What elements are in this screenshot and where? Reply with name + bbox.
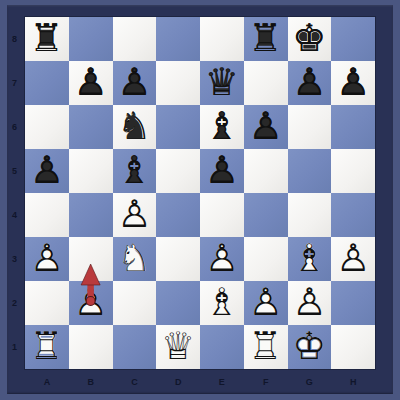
piece-outline-glyph: ♔: [288, 324, 332, 368]
square-a3[interactable]: ♟♙: [25, 237, 69, 281]
file-label-a: A: [25, 371, 69, 391]
square-a8[interactable]: ♜♖: [25, 17, 69, 61]
piece-outline-glyph: ♙: [200, 236, 244, 280]
square-a7[interactable]: [25, 61, 69, 105]
file-label-g: G: [288, 371, 332, 391]
piece-outline-glyph: ♗: [200, 104, 244, 148]
square-d2[interactable]: [156, 281, 200, 325]
square-b3[interactable]: [69, 237, 113, 281]
square-a5[interactable]: ♟♙: [25, 149, 69, 193]
rank-label-4: 4: [6, 193, 23, 237]
square-d4[interactable]: [156, 193, 200, 237]
square-f6[interactable]: ♟♙: [244, 105, 288, 149]
square-b1[interactable]: [69, 325, 113, 369]
black-rook[interactable]: ♜♖: [25, 17, 69, 61]
piece-outline-glyph: ♕: [200, 60, 244, 104]
piece-outline-glyph: ♙: [113, 60, 157, 104]
white-rook[interactable]: ♜♖: [25, 325, 69, 369]
square-g7[interactable]: ♟♙: [288, 61, 332, 105]
square-d6[interactable]: [156, 105, 200, 149]
piece-outline-glyph: ♖: [244, 324, 288, 368]
piece-outline-glyph: ♙: [288, 60, 332, 104]
square-h3[interactable]: ♟♙: [331, 237, 375, 281]
white-pawn[interactable]: ♟♙: [331, 237, 375, 281]
square-b2[interactable]: ♟♙: [69, 281, 113, 325]
square-c7[interactable]: ♟♙: [113, 61, 157, 105]
square-c8[interactable]: [113, 17, 157, 61]
square-c2[interactable]: [113, 281, 157, 325]
square-g2[interactable]: ♟♙: [288, 281, 332, 325]
square-d8[interactable]: [156, 17, 200, 61]
square-h2[interactable]: [331, 281, 375, 325]
piece-outline-glyph: ♖: [25, 16, 69, 60]
square-a1[interactable]: ♜♖: [25, 325, 69, 369]
white-pawn[interactable]: ♟♙: [288, 281, 332, 325]
square-f4[interactable]: [244, 193, 288, 237]
black-pawn[interactable]: ♟♙: [200, 149, 244, 193]
piece-outline-glyph: ♖: [244, 16, 288, 60]
black-pawn[interactable]: ♟♙: [25, 149, 69, 193]
white-bishop[interactable]: ♝♗: [288, 237, 332, 281]
piece-outline-glyph: ♙: [288, 280, 332, 324]
square-g4[interactable]: [288, 193, 332, 237]
file-label-d: D: [156, 371, 200, 391]
white-pawn[interactable]: ♟♙: [200, 237, 244, 281]
square-g6[interactable]: [288, 105, 332, 149]
black-pawn[interactable]: ♟♙: [244, 105, 288, 149]
black-bishop[interactable]: ♝♗: [200, 105, 244, 149]
black-king[interactable]: ♚♔: [288, 17, 332, 61]
white-pawn[interactable]: ♟♙: [69, 281, 113, 325]
piece-outline-glyph: ♙: [244, 104, 288, 148]
piece-outline-glyph: ♙: [113, 192, 157, 236]
square-e4[interactable]: [200, 193, 244, 237]
file-labels: ABCDEFGH: [25, 371, 375, 391]
square-g5[interactable]: [288, 149, 332, 193]
black-bishop[interactable]: ♝♗: [113, 149, 157, 193]
square-d5[interactable]: [156, 149, 200, 193]
piece-outline-glyph: ♘: [113, 104, 157, 148]
piece-outline-glyph: ♗: [288, 236, 332, 280]
square-g8[interactable]: ♚♔: [288, 17, 332, 61]
square-a4[interactable]: [25, 193, 69, 237]
square-h4[interactable]: [331, 193, 375, 237]
square-f7[interactable]: [244, 61, 288, 105]
piece-outline-glyph: ♙: [25, 236, 69, 280]
square-c4[interactable]: ♟♙: [113, 193, 157, 237]
square-h7[interactable]: ♟♙: [331, 61, 375, 105]
square-h8[interactable]: [331, 17, 375, 61]
piece-outline-glyph: ♙: [25, 148, 69, 192]
square-f5[interactable]: [244, 149, 288, 193]
piece-outline-glyph: ♙: [200, 148, 244, 192]
rank-label-1: 1: [6, 325, 23, 369]
chess-board[interactable]: ♜♖♜♖♚♔♟♙♟♙♛♕♟♙♟♙♞♘♝♗♟♙♟♙♝♗♟♙♟♙♟♙♞♘♟♙♝♗♟♙…: [25, 17, 375, 369]
rank-label-3: 3: [6, 237, 23, 281]
square-d7[interactable]: [156, 61, 200, 105]
square-f2[interactable]: ♟♙: [244, 281, 288, 325]
square-b6[interactable]: [69, 105, 113, 149]
file-label-f: F: [244, 371, 288, 391]
square-e5[interactable]: ♟♙: [200, 149, 244, 193]
square-e1[interactable]: [200, 325, 244, 369]
file-label-h: H: [331, 371, 375, 391]
piece-outline-glyph: ♗: [113, 148, 157, 192]
square-d3[interactable]: [156, 237, 200, 281]
file-label-b: B: [69, 371, 113, 391]
square-c1[interactable]: [113, 325, 157, 369]
square-a2[interactable]: [25, 281, 69, 325]
square-h5[interactable]: [331, 149, 375, 193]
piece-outline-glyph: ♙: [331, 60, 375, 104]
piece-outline-glyph: ♗: [200, 280, 244, 324]
piece-outline-glyph: ♖: [25, 324, 69, 368]
black-pawn[interactable]: ♟♙: [69, 61, 113, 105]
black-pawn[interactable]: ♟♙: [331, 61, 375, 105]
black-queen[interactable]: ♛♕: [200, 61, 244, 105]
square-c6[interactable]: ♞♘: [113, 105, 157, 149]
piece-outline-glyph: ♙: [69, 60, 113, 104]
square-g1[interactable]: ♚♔: [288, 325, 332, 369]
square-g3[interactable]: ♝♗: [288, 237, 332, 281]
white-king[interactable]: ♚♔: [288, 325, 332, 369]
square-c5[interactable]: ♝♗: [113, 149, 157, 193]
piece-outline-glyph: ♙: [331, 236, 375, 280]
square-e6[interactable]: ♝♗: [200, 105, 244, 149]
square-e7[interactable]: ♛♕: [200, 61, 244, 105]
black-knight[interactable]: ♞♘: [113, 105, 157, 149]
piece-outline-glyph: ♙: [244, 280, 288, 324]
square-e8[interactable]: [200, 17, 244, 61]
file-label-c: C: [113, 371, 157, 391]
black-rook[interactable]: ♜♖: [244, 17, 288, 61]
piece-outline-glyph: ♕: [156, 324, 200, 368]
square-d1[interactable]: ♛♕: [156, 325, 200, 369]
square-e3[interactable]: ♟♙: [200, 237, 244, 281]
white-queen[interactable]: ♛♕: [156, 325, 200, 369]
white-pawn[interactable]: ♟♙: [113, 193, 157, 237]
square-f8[interactable]: ♜♖: [244, 17, 288, 61]
chess-app: 87654321 ABCDEFGH ♜♖♜♖♚♔♟♙♟♙♛♕♟♙♟♙♞♘♝♗♟♙…: [0, 0, 400, 400]
white-pawn[interactable]: ♟♙: [25, 237, 69, 281]
piece-outline-glyph: ♔: [288, 16, 332, 60]
rank-label-5: 5: [6, 149, 23, 193]
square-b7[interactable]: ♟♙: [69, 61, 113, 105]
square-f1[interactable]: ♜♖: [244, 325, 288, 369]
white-rook[interactable]: ♜♖: [244, 325, 288, 369]
white-pawn[interactable]: ♟♙: [244, 281, 288, 325]
piece-outline-glyph: ♘: [113, 236, 157, 280]
rank-label-6: 6: [6, 105, 23, 149]
square-b8[interactable]: [69, 17, 113, 61]
rank-label-7: 7: [6, 61, 23, 105]
square-b5[interactable]: [69, 149, 113, 193]
piece-outline-glyph: ♙: [69, 280, 113, 324]
square-c3[interactable]: ♞♘: [113, 237, 157, 281]
rank-labels: 87654321: [6, 17, 23, 369]
black-pawn[interactable]: ♟♙: [288, 61, 332, 105]
rank-label-8: 8: [6, 17, 23, 61]
square-f3[interactable]: [244, 237, 288, 281]
black-pawn[interactable]: ♟♙: [113, 61, 157, 105]
square-b4[interactable]: [69, 193, 113, 237]
square-e2[interactable]: ♝♗: [200, 281, 244, 325]
square-h1[interactable]: [331, 325, 375, 369]
white-knight[interactable]: ♞♘: [113, 237, 157, 281]
white-bishop[interactable]: ♝♗: [200, 281, 244, 325]
file-label-e: E: [200, 371, 244, 391]
square-h6[interactable]: [331, 105, 375, 149]
rank-label-2: 2: [6, 281, 23, 325]
square-a6[interactable]: [25, 105, 69, 149]
